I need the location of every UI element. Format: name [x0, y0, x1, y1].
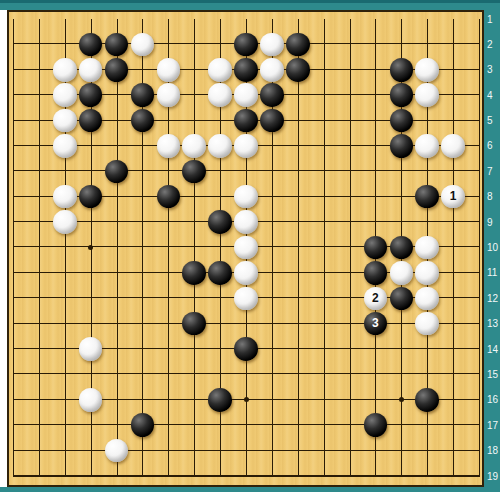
- star-point: [399, 397, 404, 402]
- white-stone: [53, 109, 77, 133]
- white-stone: [53, 58, 77, 82]
- white-stone: [260, 58, 284, 82]
- row-label-11: 11: [487, 266, 500, 279]
- white-stone: [441, 134, 465, 158]
- star-point: [244, 397, 249, 402]
- black-stone: [79, 33, 103, 57]
- go-diagram-page: 123 12345678910111213141516171819: [0, 0, 500, 492]
- white-stone: [415, 236, 439, 260]
- row-label-9: 9: [487, 216, 500, 229]
- white-stone: [208, 83, 232, 107]
- white-stone: [415, 58, 439, 82]
- row-label-17: 17: [487, 419, 500, 432]
- white-stone: [234, 185, 258, 209]
- black-stone: [390, 236, 414, 260]
- white-stone: [53, 210, 77, 234]
- black-stone: [415, 388, 439, 412]
- row-label-1: 1: [487, 13, 500, 26]
- black-stone: [182, 312, 206, 336]
- row-label-13: 13: [487, 317, 500, 330]
- white-stone: [415, 83, 439, 107]
- white-stone: [157, 134, 181, 158]
- black-stone: [286, 58, 310, 82]
- black-stone: [79, 185, 103, 209]
- black-stone: [182, 160, 206, 184]
- white-stone: [234, 83, 258, 107]
- white-stone: [53, 83, 77, 107]
- black-stone: [208, 261, 232, 285]
- white-stone: [234, 236, 258, 260]
- black-stone: [286, 33, 310, 57]
- black-stone: [131, 83, 155, 107]
- row-label-2: 2: [487, 38, 500, 51]
- white-stone: [234, 134, 258, 158]
- black-stone: [182, 261, 206, 285]
- black-stone: [79, 83, 103, 107]
- black-stone: [105, 160, 129, 184]
- black-stone: [234, 33, 258, 57]
- white-stone: [157, 58, 181, 82]
- move-3-stone: 3: [364, 312, 388, 336]
- row-label-14: 14: [487, 343, 500, 356]
- black-stone: [390, 58, 414, 82]
- black-stone: [260, 109, 284, 133]
- row-label-15: 15: [487, 368, 500, 381]
- black-stone: [260, 83, 284, 107]
- black-stone: [79, 109, 103, 133]
- window-top-edge: [0, 0, 500, 3]
- black-stone: [415, 185, 439, 209]
- black-stone: [234, 109, 258, 133]
- white-stone: [415, 134, 439, 158]
- white-stone: [53, 185, 77, 209]
- black-stone: [131, 109, 155, 133]
- black-stone: [390, 134, 414, 158]
- row-label-19: 19: [487, 470, 500, 483]
- white-stone: [208, 134, 232, 158]
- white-stone: [79, 337, 103, 361]
- black-stone: [390, 83, 414, 107]
- white-stone: [182, 134, 206, 158]
- row-label-18: 18: [487, 444, 500, 457]
- go-board[interactable]: 123: [7, 10, 484, 487]
- move-1-stone: 1: [441, 185, 465, 209]
- row-label-7: 7: [487, 165, 500, 178]
- white-stone: [79, 58, 103, 82]
- left-margin: [0, 10, 7, 487]
- star-point: [88, 245, 93, 250]
- black-stone: [208, 210, 232, 234]
- black-stone: [208, 388, 232, 412]
- black-stone: [364, 236, 388, 260]
- white-stone: [234, 287, 258, 311]
- white-stone: [105, 439, 129, 463]
- white-stone: [390, 261, 414, 285]
- row-label-6: 6: [487, 139, 500, 152]
- white-stone: [415, 312, 439, 336]
- black-stone: [364, 261, 388, 285]
- black-stone: [131, 413, 155, 437]
- row-label-5: 5: [487, 114, 500, 127]
- white-stone: [260, 33, 284, 57]
- white-stone: [79, 388, 103, 412]
- board-grid: 123: [13, 19, 480, 477]
- row-label-10: 10: [487, 241, 500, 254]
- row-label-8: 8: [487, 190, 500, 203]
- row-label-16: 16: [487, 393, 500, 406]
- black-stone: [390, 287, 414, 311]
- black-stone: [234, 58, 258, 82]
- white-stone: [415, 287, 439, 311]
- black-stone: [364, 413, 388, 437]
- black-stone: [105, 58, 129, 82]
- white-stone: [208, 58, 232, 82]
- black-stone: [105, 33, 129, 57]
- black-stone: [390, 109, 414, 133]
- white-stone: [234, 210, 258, 234]
- row-label-4: 4: [487, 89, 500, 102]
- row-label-12: 12: [487, 292, 500, 305]
- white-stone: [53, 134, 77, 158]
- black-stone: [234, 337, 258, 361]
- white-stone: [157, 83, 181, 107]
- white-stone: [131, 33, 155, 57]
- row-label-3: 3: [487, 63, 500, 76]
- white-stone: [415, 261, 439, 285]
- move-2-stone: 2: [364, 287, 388, 311]
- white-stone: [234, 261, 258, 285]
- black-stone: [157, 185, 181, 209]
